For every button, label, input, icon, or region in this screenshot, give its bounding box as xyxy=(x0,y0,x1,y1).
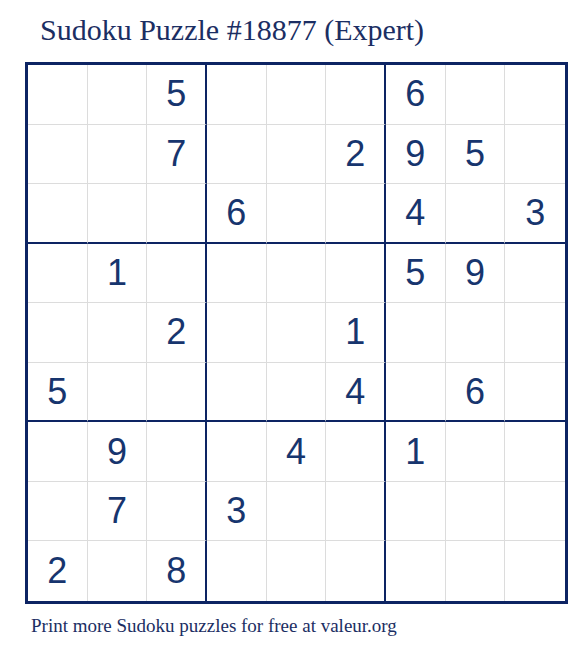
cell-r9c3: 8 xyxy=(147,541,207,601)
cell-r3c2 xyxy=(88,184,148,244)
cell-r4c4 xyxy=(207,244,267,304)
cell-r9c5 xyxy=(267,541,327,601)
cell-r2c9 xyxy=(505,125,565,185)
cell-r9c8 xyxy=(446,541,506,601)
cell-r8c4: 3 xyxy=(207,482,267,542)
cell-r7c6 xyxy=(326,422,386,482)
cell-r7c3 xyxy=(147,422,207,482)
cell-r4c5 xyxy=(267,244,327,304)
cell-r3c3 xyxy=(147,184,207,244)
cell-r2c4 xyxy=(207,125,267,185)
cell-r7c1 xyxy=(28,422,88,482)
cell-r9c2 xyxy=(88,541,148,601)
cell-r8c8 xyxy=(446,482,506,542)
cell-r2c1 xyxy=(28,125,88,185)
cell-r2c2 xyxy=(88,125,148,185)
cell-r5c8 xyxy=(446,303,506,363)
cell-r8c1 xyxy=(28,482,88,542)
cell-r9c1: 2 xyxy=(28,541,88,601)
page-root: Sudoku Puzzle #18877 (Expert) 5672956431… xyxy=(0,0,580,651)
cell-r5c3: 2 xyxy=(147,303,207,363)
cell-r2c6: 2 xyxy=(326,125,386,185)
cell-r5c7 xyxy=(386,303,446,363)
cell-r1c6 xyxy=(326,65,386,125)
cell-r6c3 xyxy=(147,363,207,423)
cell-r6c8: 6 xyxy=(446,363,506,423)
cell-r3c9: 3 xyxy=(505,184,565,244)
cell-r1c4 xyxy=(207,65,267,125)
cell-r7c5: 4 xyxy=(267,422,327,482)
cell-r7c4 xyxy=(207,422,267,482)
cell-r4c9 xyxy=(505,244,565,304)
cell-r1c9 xyxy=(505,65,565,125)
cell-r8c6 xyxy=(326,482,386,542)
cell-r9c4 xyxy=(207,541,267,601)
cell-r4c7: 5 xyxy=(386,244,446,304)
cell-r6c4 xyxy=(207,363,267,423)
cell-r8c3 xyxy=(147,482,207,542)
cell-r6c2 xyxy=(88,363,148,423)
cell-r5c5 xyxy=(267,303,327,363)
cell-r4c1 xyxy=(28,244,88,304)
cell-r6c7 xyxy=(386,363,446,423)
footer-text: Print more Sudoku puzzles for free at va… xyxy=(31,615,397,637)
cell-r8c2: 7 xyxy=(88,482,148,542)
cell-r2c7: 9 xyxy=(386,125,446,185)
cell-r7c8 xyxy=(446,422,506,482)
cell-r3c7: 4 xyxy=(386,184,446,244)
cell-r6c1: 5 xyxy=(28,363,88,423)
cell-r4c2: 1 xyxy=(88,244,148,304)
cell-r8c7 xyxy=(386,482,446,542)
cell-r7c7: 1 xyxy=(386,422,446,482)
cell-r6c9 xyxy=(505,363,565,423)
cell-r2c5 xyxy=(267,125,327,185)
cell-r7c2: 9 xyxy=(88,422,148,482)
cell-r8c5 xyxy=(267,482,327,542)
cell-r4c6 xyxy=(326,244,386,304)
cell-r9c6 xyxy=(326,541,386,601)
cell-r3c1 xyxy=(28,184,88,244)
cell-r3c6 xyxy=(326,184,386,244)
puzzle-title: Sudoku Puzzle #18877 (Expert) xyxy=(40,13,424,48)
cell-r6c6: 4 xyxy=(326,363,386,423)
sudoku-grid: 567295643159215469417328 xyxy=(25,62,568,604)
cell-r3c8 xyxy=(446,184,506,244)
cell-r1c7: 6 xyxy=(386,65,446,125)
cell-r1c5 xyxy=(267,65,327,125)
cell-r5c6: 1 xyxy=(326,303,386,363)
cell-r3c5 xyxy=(267,184,327,244)
cell-r3c4: 6 xyxy=(207,184,267,244)
cell-r1c8 xyxy=(446,65,506,125)
cell-r5c4 xyxy=(207,303,267,363)
cell-r1c1 xyxy=(28,65,88,125)
cell-r1c3: 5 xyxy=(147,65,207,125)
cell-r4c8: 9 xyxy=(446,244,506,304)
cell-r5c9 xyxy=(505,303,565,363)
cell-r1c2 xyxy=(88,65,148,125)
cell-r9c9 xyxy=(505,541,565,601)
cell-r7c9 xyxy=(505,422,565,482)
cell-r9c7 xyxy=(386,541,446,601)
cell-r5c1 xyxy=(28,303,88,363)
cell-r8c9 xyxy=(505,482,565,542)
cell-r2c8: 5 xyxy=(446,125,506,185)
cell-r2c3: 7 xyxy=(147,125,207,185)
cell-r6c5 xyxy=(267,363,327,423)
cell-r4c3 xyxy=(147,244,207,304)
cell-r5c2 xyxy=(88,303,148,363)
